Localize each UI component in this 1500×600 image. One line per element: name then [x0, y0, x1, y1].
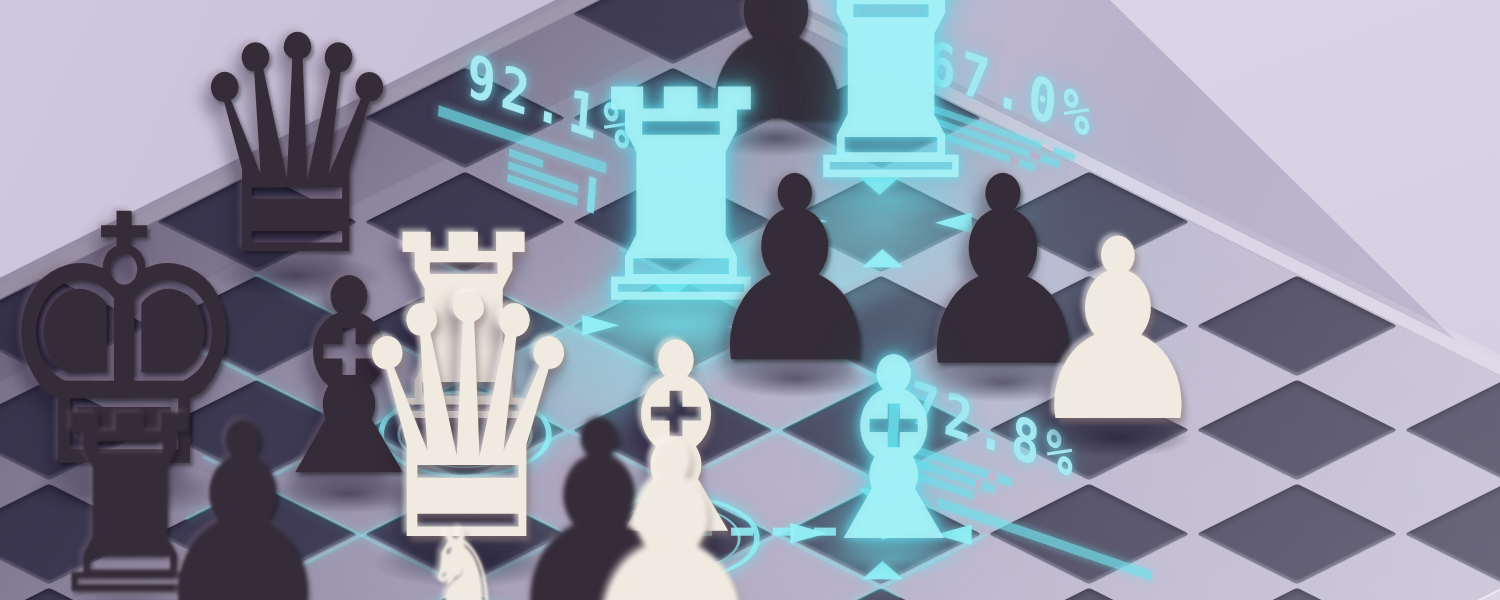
pieces-layer: ♛♚♜♟♝♟♟♟♟♜♛♝♞♟♟♜♜♝: [0, 0, 1500, 600]
chess-analysis-scene: ♛♚♜♟♝♟♟♟♟♜♛♝♞♟♟♜♜♝ 92.1% 67.0% 72.8%: [0, 0, 1500, 600]
white-pawn-g2: ♟: [569, 408, 775, 600]
black-pawn-d1: ♟: [146, 390, 340, 600]
holo-bishop-g4: ♝: [798, 325, 990, 577]
white-pawn-h6: ♟: [1023, 207, 1214, 457]
white-knight-e1: ♞: [423, 515, 503, 600]
